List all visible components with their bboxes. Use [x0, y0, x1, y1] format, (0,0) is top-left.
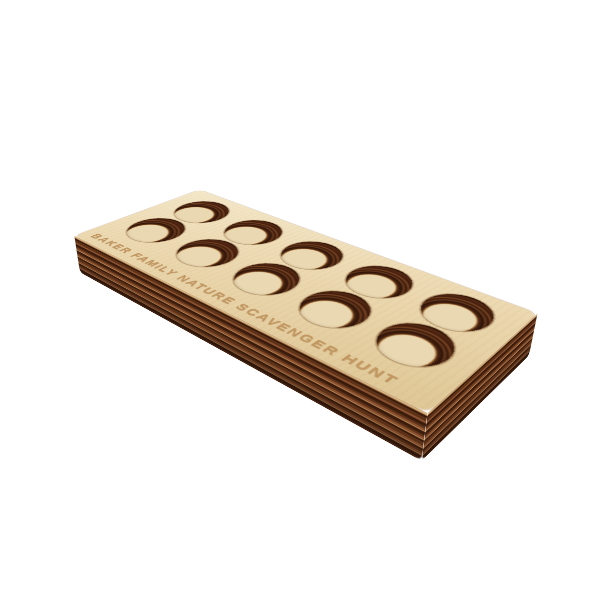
pit-r1c5[interactable] — [407, 287, 506, 340]
scavenger-hunt-board: BAKER FAMILY NATURE SCAVENGER HUNT — [74, 190, 537, 413]
photo-scene: BAKER FAMILY NATURE SCAVENGER HUNT — [0, 0, 600, 600]
pit-r2c4[interactable] — [285, 284, 384, 336]
pit-r2c5[interactable] — [361, 315, 468, 376]
pit-r1c4[interactable] — [332, 260, 424, 305]
